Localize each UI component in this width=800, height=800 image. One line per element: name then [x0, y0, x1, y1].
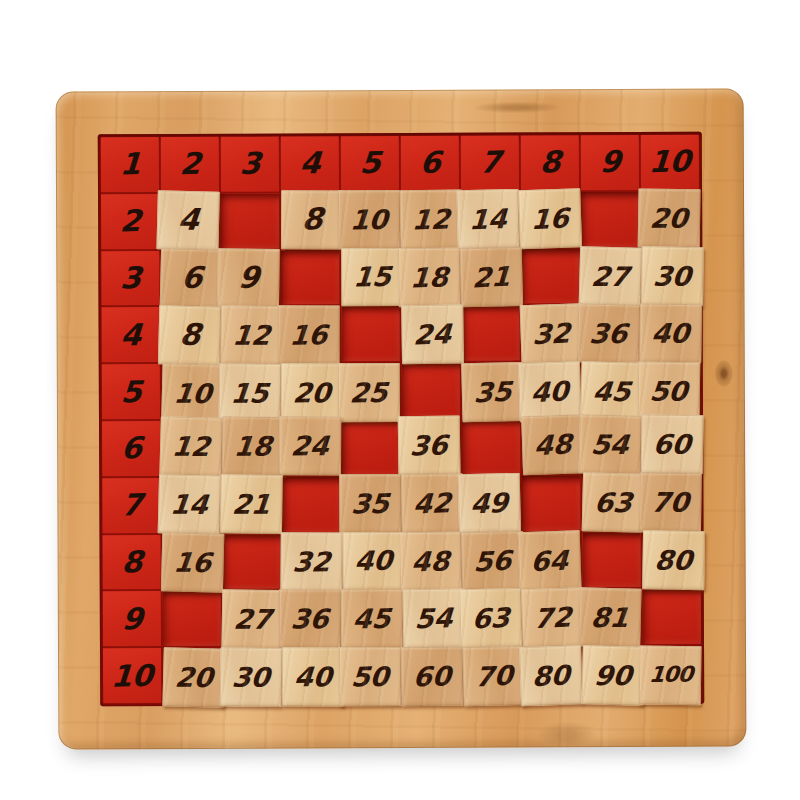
product-tile-70[interactable]: 70	[639, 472, 702, 532]
tile-number: 42	[413, 489, 452, 517]
tile-number: 4	[176, 205, 200, 235]
multiplication-board-frame: 1234567891024810121416203691518212730481…	[56, 89, 747, 750]
empty-cell-r9c2[interactable]	[163, 591, 221, 646]
empty-cell-r2c9[interactable]	[581, 192, 639, 247]
empty-cell-r3c8[interactable]	[521, 249, 579, 304]
product-tile-32[interactable]: 32	[280, 532, 342, 591]
product-tile-54[interactable]: 54	[402, 589, 465, 649]
product-tile-63[interactable]: 63	[459, 588, 522, 648]
header-cell-9: 9	[581, 135, 639, 190]
tile-number: 50	[649, 378, 689, 405]
product-tile-14[interactable]: 14	[456, 189, 519, 249]
tile-number: 54	[590, 431, 630, 458]
tile-number: 12	[171, 433, 211, 460]
header-number: 7	[120, 490, 143, 520]
product-tile-20[interactable]: 20	[281, 363, 343, 422]
product-tile-20[interactable]: 20	[638, 188, 701, 248]
empty-cell-r7c4[interactable]	[282, 477, 340, 532]
product-tile-90[interactable]: 90	[581, 646, 644, 706]
product-tile-54[interactable]: 54	[578, 414, 641, 474]
product-tile-6[interactable]: 6	[160, 248, 223, 308]
tile-number: 14	[169, 491, 209, 518]
header-number: 6	[120, 433, 143, 463]
header-cell-9: 9	[103, 591, 161, 646]
tile-number: 21	[231, 490, 271, 517]
product-tile-16[interactable]: 16	[277, 306, 339, 365]
header-number: 2	[178, 149, 201, 179]
product-tile-18[interactable]: 18	[222, 416, 285, 476]
header-cell-10: 10	[641, 135, 699, 190]
product-tile-21[interactable]: 21	[220, 474, 283, 534]
empty-cell-r9c10[interactable]	[643, 589, 701, 644]
tile-number: 21	[472, 262, 511, 291]
empty-cell-r8c3[interactable]	[223, 534, 281, 589]
header-number: 6	[418, 148, 441, 178]
product-tile-30[interactable]: 30	[641, 246, 704, 306]
header-number: 9	[120, 604, 143, 634]
tile-number: 16	[531, 204, 570, 233]
tile-number: 10	[349, 205, 388, 233]
tile-number: 81	[590, 604, 630, 631]
header-cell-4: 4	[281, 136, 339, 191]
header-number: 3	[119, 263, 142, 293]
tile-number: 27	[590, 262, 630, 289]
empty-cell-r5c6[interactable]	[402, 363, 460, 418]
tile-number: 9	[237, 263, 260, 293]
product-tile-40[interactable]: 40	[639, 304, 702, 364]
tile-number: 8	[301, 204, 324, 234]
tile-number: 16	[173, 548, 213, 575]
product-tile-14[interactable]: 14	[158, 474, 221, 534]
tile-number: 36	[410, 431, 449, 459]
product-tile-56[interactable]: 56	[461, 530, 524, 590]
product-tile-48[interactable]: 48	[521, 414, 585, 475]
product-tile-48[interactable]: 48	[399, 531, 462, 591]
product-tile-10[interactable]: 10	[338, 190, 400, 249]
product-tile-40[interactable]: 40	[518, 362, 582, 423]
header-cell-4: 4	[102, 307, 160, 362]
header-cell-6: 6	[401, 136, 459, 191]
tile-number: 40	[651, 320, 691, 347]
tile-number: 15	[353, 263, 392, 291]
tile-number: 12	[232, 322, 272, 349]
product-tile-32[interactable]: 32	[520, 304, 584, 365]
header-number: 7	[478, 148, 501, 178]
tile-number: 32	[532, 320, 571, 349]
product-tile-15[interactable]: 15	[218, 363, 281, 423]
product-tile-81[interactable]: 81	[578, 588, 641, 648]
empty-cell-r2c3[interactable]	[221, 193, 279, 248]
header-cell-1: 1	[101, 137, 159, 192]
tile-number: 36	[290, 605, 330, 632]
wood-grain-streak	[536, 721, 596, 747]
tile-number: 45	[352, 605, 391, 633]
product-tile-10[interactable]: 10	[161, 363, 224, 423]
tile-number: 80	[532, 661, 571, 690]
tile-number: 15	[230, 380, 270, 407]
tile-number: 63	[471, 604, 510, 633]
board-interior: 1234567891024810121416203691518212730481…	[98, 132, 704, 707]
tile-number: 32	[292, 548, 332, 575]
header-cell-3: 3	[221, 137, 279, 192]
tile-number: 8	[178, 321, 202, 351]
tile-number: 70	[650, 488, 690, 515]
product-tile-100[interactable]: 100	[639, 646, 702, 706]
product-tile-36[interactable]: 36	[577, 304, 640, 364]
wood-grain-streak	[472, 101, 562, 113]
product-tile-35[interactable]: 35	[339, 474, 401, 533]
tile-number: 40	[293, 663, 333, 690]
product-tile-42[interactable]: 42	[401, 473, 464, 533]
tile-number: 24	[290, 432, 330, 459]
header-number: 5	[358, 148, 381, 178]
product-tile-40[interactable]: 40	[282, 647, 344, 706]
header-cell-7: 7	[461, 135, 519, 190]
product-tile-60[interactable]: 60	[641, 414, 704, 474]
product-photo: 1234567891024810121416203691518212730481…	[0, 0, 800, 800]
tile-number: 54	[414, 605, 453, 633]
empty-cell-r8c9[interactable]	[582, 533, 640, 588]
header-number: 10	[110, 660, 154, 691]
product-tile-8[interactable]: 8	[281, 190, 343, 249]
header-number: 8	[538, 148, 561, 178]
empty-cell-r4c7[interactable]	[462, 306, 520, 361]
tile-number: 63	[593, 489, 633, 516]
product-tile-80[interactable]: 80	[519, 646, 583, 707]
product-tile-35[interactable]: 35	[461, 362, 524, 422]
tile-number: 90	[593, 662, 633, 689]
product-tile-9[interactable]: 9	[217, 248, 280, 308]
product-tile-40[interactable]: 40	[342, 532, 404, 591]
product-tile-50[interactable]: 50	[339, 647, 401, 706]
product-tile-25[interactable]: 25	[338, 363, 400, 422]
tile-number: 60	[652, 431, 692, 458]
tile-number: 20	[292, 379, 332, 406]
product-tile-12[interactable]: 12	[159, 416, 222, 476]
product-tile-63[interactable]: 63	[582, 472, 645, 532]
product-tile-12[interactable]: 12	[220, 306, 283, 366]
tile-number: 49	[470, 489, 509, 518]
product-tile-12[interactable]: 12	[400, 189, 463, 249]
header-cell-8: 8	[521, 135, 579, 190]
product-tile-15[interactable]: 15	[341, 248, 403, 307]
product-tile-45[interactable]: 45	[341, 589, 403, 648]
tile-number: 50	[350, 663, 389, 691]
tile-number: 45	[592, 378, 632, 405]
header-cell-5: 5	[341, 136, 399, 191]
empty-cell-r7c8[interactable]	[522, 476, 580, 531]
empty-cell-r3c4[interactable]	[281, 250, 339, 305]
header-cell-2: 2	[101, 194, 159, 249]
product-tile-27[interactable]: 27	[579, 246, 642, 306]
header-number: 5	[119, 377, 142, 407]
tile-number: 30	[652, 262, 692, 289]
tile-number: 6	[180, 263, 204, 293]
tile-number: 20	[174, 664, 214, 691]
tile-number: 20	[649, 204, 689, 231]
product-tile-70[interactable]: 70	[462, 646, 525, 706]
tile-number: 24	[413, 321, 452, 349]
product-tile-49[interactable]: 49	[458, 473, 521, 533]
tile-number: 16	[289, 321, 329, 348]
product-tile-30[interactable]: 30	[220, 647, 283, 707]
product-tile-36[interactable]: 36	[398, 415, 461, 475]
product-tile-45[interactable]: 45	[580, 362, 643, 422]
wood-knot	[715, 361, 733, 387]
header-number: 2	[119, 206, 142, 236]
product-tile-4[interactable]: 4	[156, 190, 219, 250]
tile-number: 100	[648, 664, 693, 686]
product-tile-16[interactable]: 16	[161, 532, 224, 592]
tile-number: 14	[469, 205, 508, 234]
header-cell-7: 7	[102, 478, 160, 533]
tile-number: 18	[233, 433, 273, 460]
header-number: 4	[298, 149, 321, 179]
tile-number: 48	[411, 547, 450, 575]
header-cell-6: 6	[102, 421, 160, 476]
tile-number: 10	[173, 380, 213, 407]
header-cell-2: 2	[161, 137, 219, 192]
empty-cell-r6c7[interactable]	[462, 419, 520, 474]
header-number: 3	[238, 149, 261, 179]
tile-number: 25	[349, 379, 388, 407]
empty-cell-r4c5[interactable]	[342, 306, 400, 361]
tile-number: 18	[410, 263, 449, 291]
tile-number: 72	[534, 604, 573, 633]
header-number: 9	[598, 147, 621, 177]
product-tile-18[interactable]: 18	[398, 247, 461, 307]
tile-number: 40	[354, 547, 393, 575]
product-tile-27[interactable]: 27	[221, 590, 284, 650]
tile-number: 12	[412, 205, 451, 233]
tile-number: 35	[473, 378, 512, 407]
tile-number: 60	[413, 662, 452, 690]
product-tile-60[interactable]: 60	[401, 647, 464, 707]
product-tile-36[interactable]: 36	[279, 590, 341, 649]
tile-number: 30	[231, 664, 271, 691]
empty-cell-r6c5[interactable]	[342, 420, 400, 475]
header-number: 1	[118, 149, 141, 179]
tile-number: 35	[351, 489, 390, 517]
header-number: 10	[648, 147, 692, 178]
product-tile-50[interactable]: 50	[637, 362, 700, 422]
header-cell-5: 5	[102, 364, 160, 419]
tile-number: 80	[654, 546, 694, 573]
header-cell-8: 8	[103, 535, 161, 590]
product-tile-24[interactable]: 24	[279, 416, 341, 475]
product-tile-64[interactable]: 64	[518, 530, 582, 591]
product-tile-8[interactable]: 8	[158, 306, 221, 366]
tile-number: 70	[475, 662, 514, 691]
product-tile-72[interactable]: 72	[521, 588, 585, 649]
product-tile-80[interactable]: 80	[642, 530, 705, 590]
product-tile-21[interactable]: 21	[460, 246, 523, 306]
tile-number: 27	[233, 606, 273, 633]
product-tile-16[interactable]: 16	[518, 188, 582, 249]
header-cell-3: 3	[101, 251, 159, 306]
header-cell-10: 10	[103, 648, 161, 703]
product-tile-20[interactable]: 20	[162, 647, 225, 707]
product-tile-24[interactable]: 24	[401, 305, 464, 365]
header-number: 4	[119, 320, 142, 350]
tile-number: 40	[531, 377, 570, 406]
header-number: 8	[120, 547, 143, 577]
tile-number: 36	[589, 320, 629, 347]
tile-number: 48	[534, 430, 573, 459]
tile-number: 56	[473, 546, 512, 575]
tile-number: 64	[530, 546, 569, 575]
